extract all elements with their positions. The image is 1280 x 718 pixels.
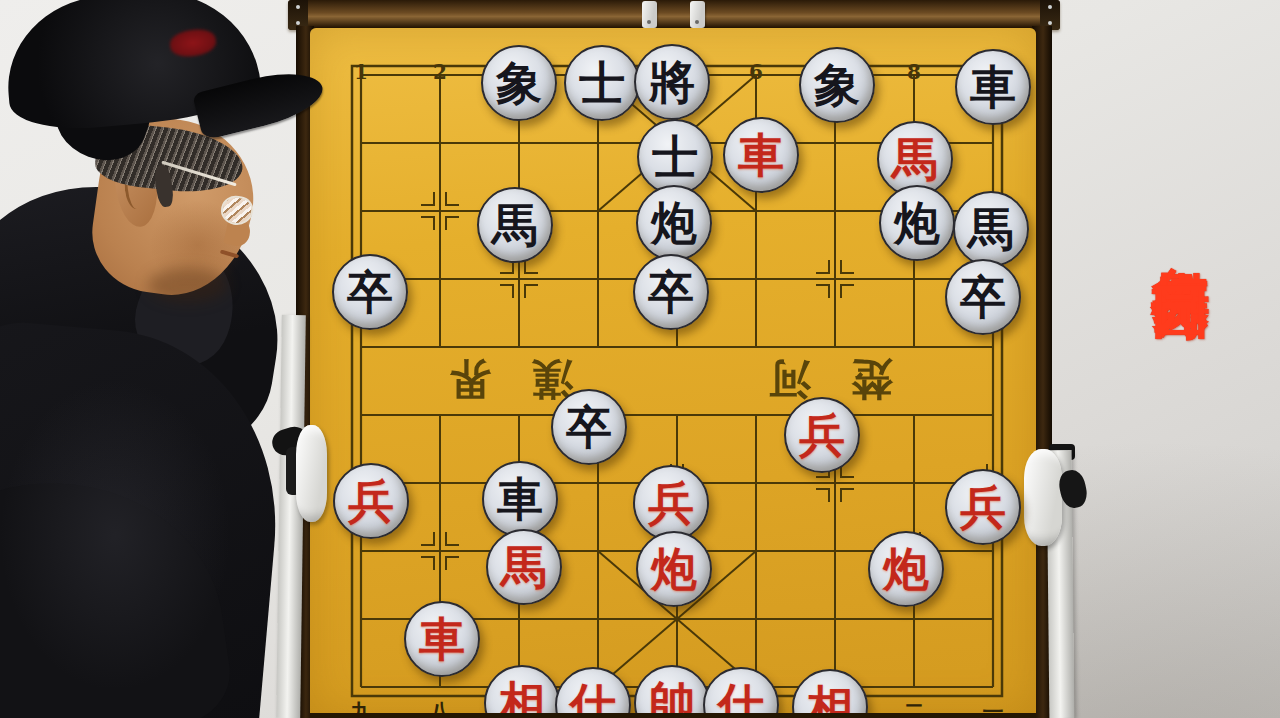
piece-black-卒[interactable]: 卒 xyxy=(633,254,709,330)
piece-glyph: 炮 xyxy=(883,546,929,592)
piece-glyph: 車 xyxy=(738,132,784,178)
piece-glyph: 兵 xyxy=(648,480,694,526)
piece-black-象[interactable]: 象 xyxy=(481,45,557,121)
piece-black-士[interactable]: 士 xyxy=(637,119,713,195)
piece-black-象[interactable]: 象 xyxy=(799,47,875,123)
frame-clip-icon xyxy=(642,1,657,28)
piece-glyph: 炮 xyxy=(651,546,697,592)
xiangqi-board: 123456789 九八七六五四三二一 漢界 楚河 象士將象車士車馬馬炮炮馬卒卒… xyxy=(310,28,1036,718)
piece-black-卒[interactable]: 卒 xyxy=(945,259,1021,335)
piece-glyph: 馬 xyxy=(968,206,1014,252)
piece-glyph: 兵 xyxy=(960,484,1006,530)
piece-black-車[interactable]: 車 xyxy=(482,461,558,537)
piece-glyph: 士 xyxy=(579,60,625,106)
piece-glyph: 馬 xyxy=(501,544,547,590)
board-bottom-edge xyxy=(310,713,1036,718)
piece-glyph: 車 xyxy=(970,64,1016,110)
piece-glyph: 炮 xyxy=(894,200,940,246)
frame-clip-icon xyxy=(690,1,705,28)
piece-black-卒[interactable]: 卒 xyxy=(332,254,408,330)
piece-black-卒[interactable]: 卒 xyxy=(551,389,627,465)
jaw-shadow xyxy=(148,268,228,302)
piece-black-炮[interactable]: 炮 xyxy=(636,185,712,261)
file-label-top: 1 xyxy=(346,60,376,84)
piece-glyph: 將 xyxy=(649,59,695,105)
file-label-top: 2 xyxy=(425,60,455,84)
piece-glyph: 兵 xyxy=(799,412,845,458)
piece-black-炮[interactable]: 炮 xyxy=(879,185,955,261)
piece-red-兵[interactable]: 兵 xyxy=(333,463,409,539)
clamp-right xyxy=(1024,449,1062,546)
piece-black-馬[interactable]: 馬 xyxy=(477,187,553,263)
piece-black-將[interactable]: 將 xyxy=(634,44,710,120)
piece-black-士[interactable]: 士 xyxy=(564,45,640,121)
piece-glyph: 象 xyxy=(814,62,860,108)
screw-icon xyxy=(1048,5,1052,9)
piece-glyph: 象 xyxy=(496,60,542,106)
scene: 123456789 九八七六五四三二一 漢界 楚河 象士將象車士車馬馬炮炮馬卒卒… xyxy=(0,0,1280,718)
piece-red-炮[interactable]: 炮 xyxy=(868,531,944,607)
piece-glyph: 卒 xyxy=(960,274,1006,320)
piece-red-車[interactable]: 車 xyxy=(404,601,480,677)
piece-glyph: 車 xyxy=(419,616,465,662)
board-frame-top-bar xyxy=(288,0,1060,30)
channel-watermark: 象棋探讨园 xyxy=(1146,220,1216,550)
piece-red-車[interactable]: 車 xyxy=(723,117,799,193)
piece-black-車[interactable]: 車 xyxy=(955,49,1031,125)
piece-glyph: 卒 xyxy=(566,404,612,450)
file-label-top: 6 xyxy=(741,60,771,84)
piece-glyph: 卒 xyxy=(347,269,393,315)
piece-glyph: 馬 xyxy=(892,136,938,182)
piece-red-馬[interactable]: 馬 xyxy=(486,529,562,605)
piece-glyph: 兵 xyxy=(348,478,394,524)
piece-glyph: 炮 xyxy=(651,200,697,246)
piece-red-兵[interactable]: 兵 xyxy=(945,469,1021,545)
river-text-left: 漢界 xyxy=(409,351,573,407)
piece-glyph: 車 xyxy=(497,476,543,522)
piece-black-馬[interactable]: 馬 xyxy=(953,191,1029,267)
piece-red-兵[interactable]: 兵 xyxy=(784,397,860,473)
screw-icon xyxy=(1048,21,1052,25)
file-label-top: 8 xyxy=(899,60,929,84)
piece-red-兵[interactable]: 兵 xyxy=(633,465,709,541)
jacket-sheen xyxy=(0,380,230,690)
piece-glyph: 馬 xyxy=(492,202,538,248)
piece-glyph: 卒 xyxy=(648,269,694,315)
piece-glyph: 士 xyxy=(652,134,698,180)
piece-red-炮[interactable]: 炮 xyxy=(636,531,712,607)
presenter xyxy=(0,0,340,718)
